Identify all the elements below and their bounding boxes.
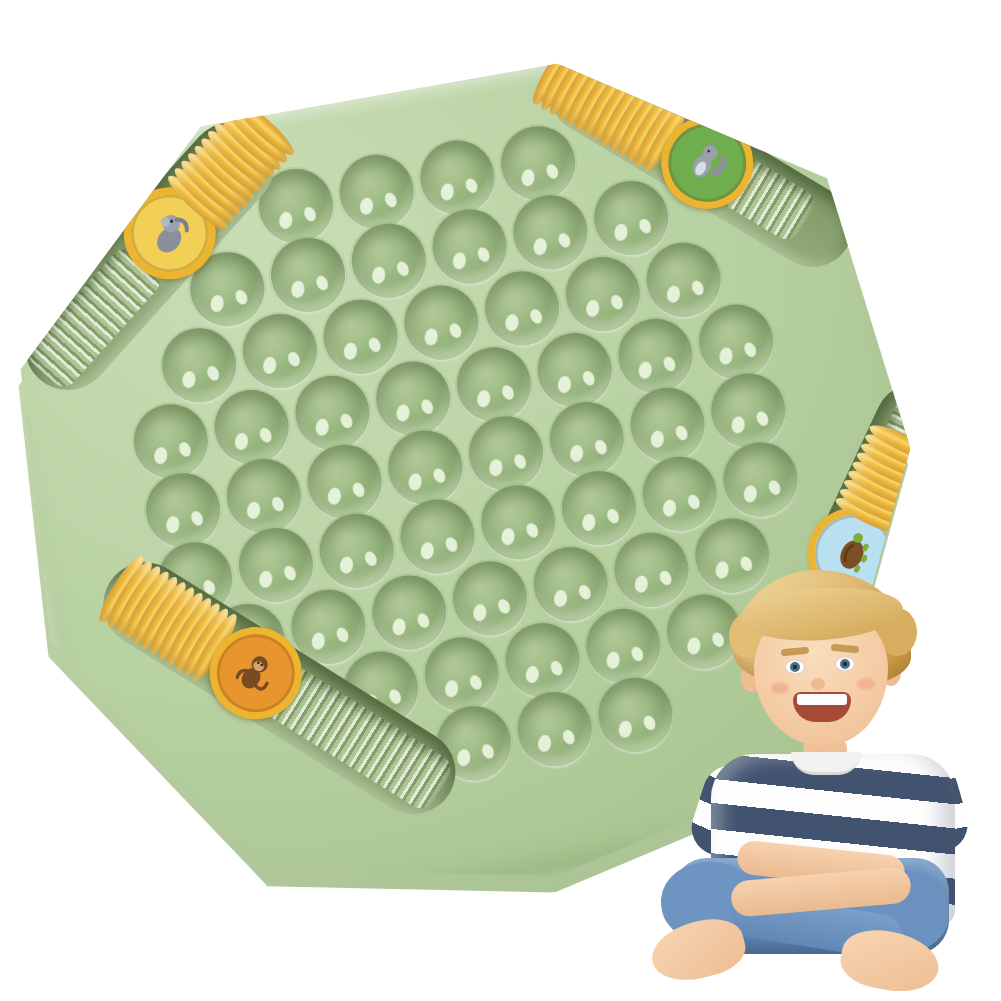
product-photo-scene (0, 0, 1001, 1001)
squirrel-icon (670, 126, 744, 200)
monkey-icon (219, 636, 293, 710)
board-well[interactable] (718, 437, 804, 523)
boy-eye-left (785, 660, 805, 674)
board-well[interactable] (512, 686, 598, 772)
boy-cheek-right (857, 678, 875, 690)
boy-nose (811, 678, 825, 690)
boy-cheek-left (771, 682, 789, 694)
boy-eye-right (835, 657, 855, 671)
child-photo (645, 552, 975, 1001)
